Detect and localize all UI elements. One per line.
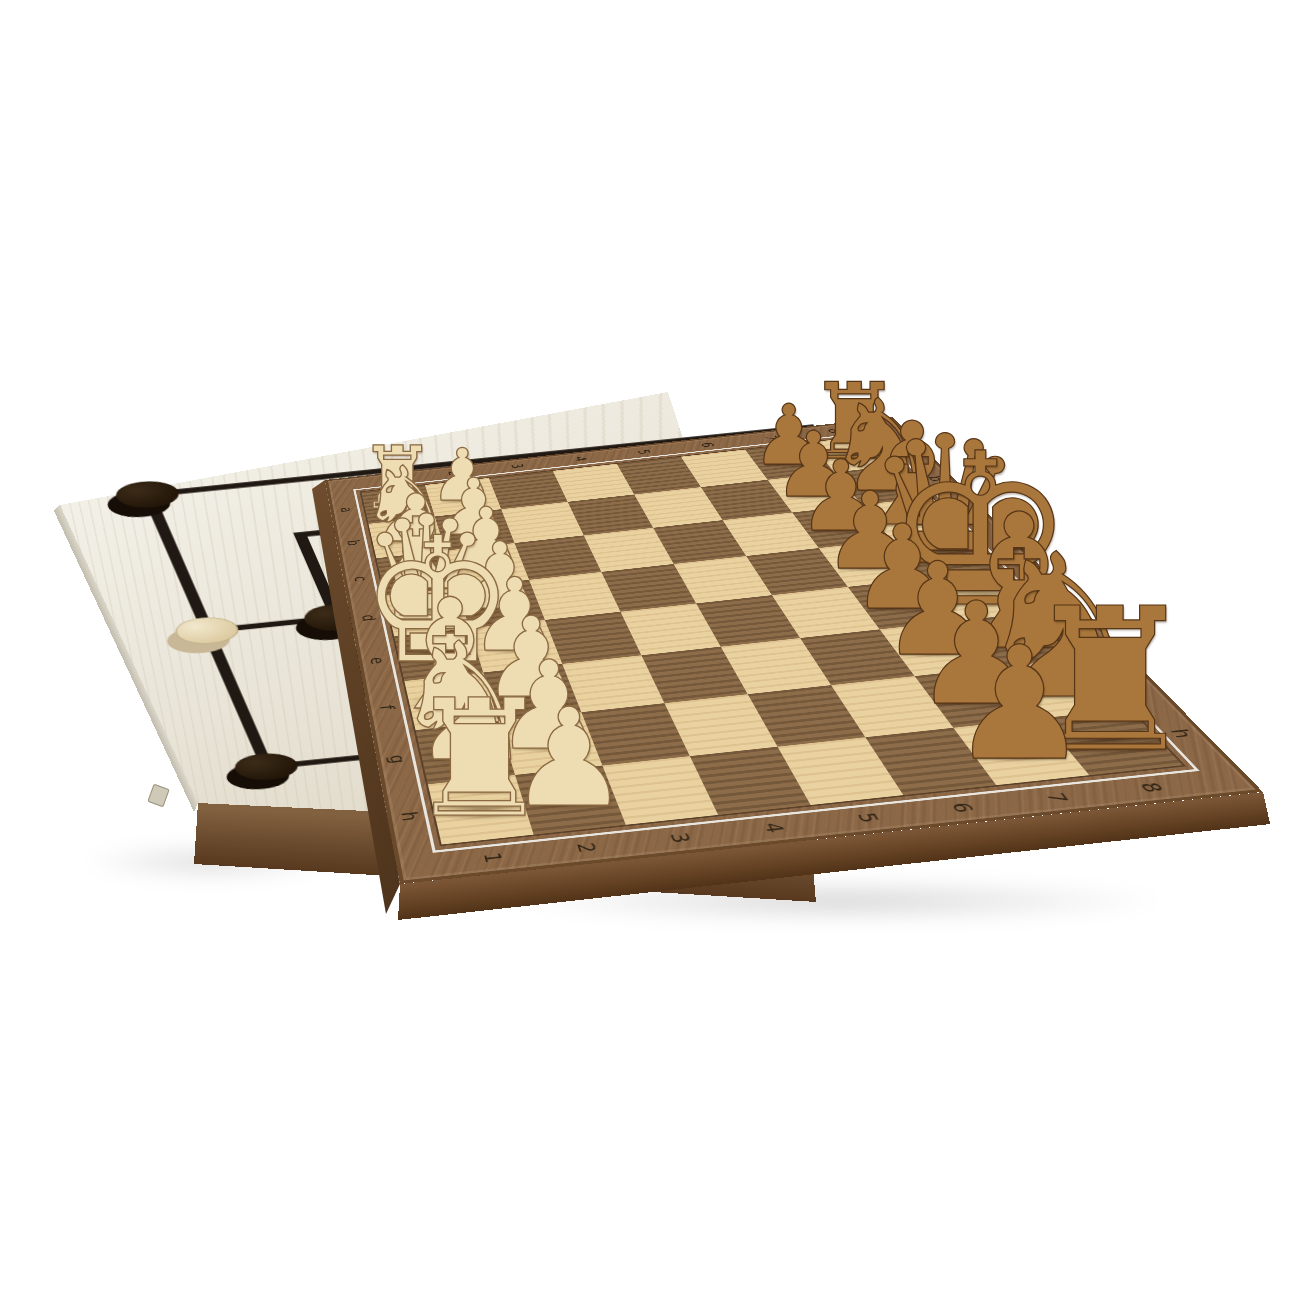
coord-label-a: a <box>337 506 356 513</box>
piece-black-pawn-h7: ♟ <box>949 625 1090 782</box>
coord-label-3: 3 <box>508 463 527 469</box>
coord-label-4: 4 <box>571 456 591 462</box>
coord-label-6: 6 <box>697 442 717 448</box>
morris-disc-black-a1 <box>230 751 303 783</box>
coord-label-1: 1 <box>478 852 506 865</box>
coord-label-3: 3 <box>665 832 695 845</box>
piece-white-rook-h1: ♜ <box>407 679 552 841</box>
coord-label-5: 5 <box>634 449 654 455</box>
morris-board-hinge <box>147 784 169 808</box>
product-photo-scene: 1122334455667788aabbccddeeffgghh ♜♞♝♛♚♝♞… <box>0 0 1300 1300</box>
coord-label-6: 6 <box>946 802 978 814</box>
coord-label-2: 2 <box>572 842 601 855</box>
coord-label-5: 5 <box>852 812 884 824</box>
coord-label-4: 4 <box>758 822 789 834</box>
